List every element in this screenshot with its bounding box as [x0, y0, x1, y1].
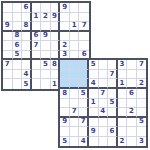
cell-g1-r1c5[interactable] [41, 3, 51, 13]
cell-g1-r4c2[interactable]: 8 [13, 32, 23, 42]
cell-g2-r4c6[interactable] [108, 89, 118, 99]
cell-g1-r4c9[interactable] [79, 32, 89, 42]
cell-g1-r7c3[interactable] [22, 60, 32, 70]
cell-g1-r3c7[interactable] [60, 22, 70, 32]
cell-g1-r3c5[interactable] [41, 22, 51, 32]
cell-g2-r1c6[interactable] [108, 60, 118, 70]
cell-g1-r6c1[interactable] [3, 51, 13, 61]
cell-g2-r2c6[interactable]: 7 [108, 70, 118, 80]
cell-g1-r4c3[interactable] [22, 32, 32, 42]
cell-g1-r4c6[interactable] [51, 32, 61, 42]
cell-g2-r8c1[interactable] [60, 127, 70, 137]
cell-g2-r6c1[interactable] [60, 108, 70, 118]
cell-g1-r1c1[interactable] [3, 3, 13, 13]
cell-g1-r8c5[interactable] [41, 70, 51, 80]
cell-g2-r7c7[interactable] [118, 118, 128, 128]
cell-g2-r3c1[interactable] [60, 79, 70, 89]
cell-g1-r3c6[interactable] [51, 22, 61, 32]
cell-g1-r5c3[interactable] [22, 41, 32, 51]
cell-g2-r4c5[interactable]: 7 [99, 89, 109, 99]
cell-g1-r3c9[interactable]: 7 [79, 22, 89, 32]
cell-g1-r4c7[interactable] [60, 32, 70, 42]
cell-g2-r8c3[interactable] [79, 127, 89, 137]
sudoku-grid-bottom-right: 5377412857615742975965423 [58, 58, 148, 148]
cell-g2-r2c2[interactable] [70, 70, 80, 80]
cell-g2-r4c3[interactable]: 5 [79, 89, 89, 99]
cell-g1-r3c4[interactable] [32, 22, 42, 32]
cell-g1-r1c3[interactable]: 6 [22, 3, 32, 13]
cell-g2-r9c4[interactable] [89, 137, 99, 147]
cell-g1-r1c4[interactable] [32, 3, 42, 13]
cell-g2-r9c3[interactable]: 4 [79, 137, 89, 147]
cell-g1-r1c7[interactable]: 9 [60, 3, 70, 13]
cell-g2-r2c8[interactable] [127, 70, 137, 80]
cell-g2-r2c7[interactable] [118, 70, 128, 80]
cell-g2-r7c6[interactable] [108, 118, 118, 128]
cell-g1-r6c3[interactable] [22, 51, 32, 61]
cell-g2-r4c9[interactable] [137, 89, 147, 99]
cell-g2-r2c1[interactable] [60, 70, 70, 80]
cell-g2-r8c2[interactable] [70, 127, 80, 137]
cell-g1-r9c1[interactable] [3, 79, 13, 89]
cell-g1-r9c2[interactable] [13, 79, 23, 89]
cell-g1-r9c3[interactable]: 5 [22, 79, 32, 89]
cell-g2-r5c6[interactable]: 5 [108, 99, 118, 109]
cell-g2-r1c8[interactable] [127, 60, 137, 70]
cell-g2-r7c3[interactable]: 7 [79, 118, 89, 128]
twodoku-board: 691299817869672536758451 537741285761574… [0, 0, 150, 150]
cell-g2-r9c2[interactable] [70, 137, 80, 147]
cell-g2-r9c8[interactable] [127, 137, 137, 147]
cell-g2-r5c4[interactable]: 1 [89, 99, 99, 109]
cell-g1-r2c2[interactable] [13, 13, 23, 23]
cell-g2-r7c2[interactable] [70, 118, 80, 128]
cell-g2-r3c2[interactable] [70, 79, 80, 89]
cell-g2-r2c5[interactable] [99, 70, 109, 80]
cell-g1-r1c6[interactable] [51, 3, 61, 13]
cell-g1-r2c6[interactable]: 9 [51, 13, 61, 23]
cell-g2-r8c4[interactable]: 9 [89, 127, 99, 137]
cell-g2-r8c7[interactable] [118, 127, 128, 137]
cell-g1-r2c4[interactable]: 1 [32, 13, 42, 23]
cell-g2-r4c4[interactable] [89, 89, 99, 99]
cell-g1-r5c1[interactable] [3, 41, 13, 51]
cell-g2-r6c9[interactable] [137, 108, 147, 118]
cell-g2-r2c3[interactable] [79, 70, 89, 80]
cell-g1-r9c4[interactable] [32, 79, 42, 89]
cell-g1-r8c1[interactable] [3, 70, 13, 80]
cell-g2-r4c8[interactable]: 6 [127, 89, 137, 99]
cell-g1-r3c1[interactable]: 9 [3, 22, 13, 32]
cell-g2-r3c6[interactable] [108, 79, 118, 89]
cell-g2-r5c3[interactable] [79, 99, 89, 109]
cell-g1-r2c7[interactable] [60, 13, 70, 23]
cell-g2-r5c1[interactable] [60, 99, 70, 109]
cell-g1-r5c6[interactable] [51, 41, 61, 51]
cell-g2-r7c1[interactable]: 9 [60, 118, 70, 128]
cell-g2-r9c5[interactable] [99, 137, 109, 147]
cell-g2-r8c6[interactable]: 6 [108, 127, 118, 137]
cell-g1-r7c1[interactable]: 7 [3, 60, 13, 70]
cell-g2-r1c3[interactable] [79, 60, 89, 70]
cell-g2-r8c9[interactable] [137, 127, 147, 137]
cell-g1-r5c4[interactable]: 7 [32, 41, 42, 51]
cell-g1-r4c1[interactable] [3, 32, 13, 42]
cell-g2-r3c4[interactable]: 4 [89, 79, 99, 89]
cell-g2-r6c4[interactable] [89, 108, 99, 118]
cell-g1-r1c8[interactable] [70, 3, 80, 13]
cell-g1-r5c8[interactable] [70, 41, 80, 51]
cell-g1-r6c5[interactable] [41, 51, 51, 61]
cell-g1-r9c5[interactable] [41, 79, 51, 89]
cell-g2-r1c2[interactable] [70, 60, 80, 70]
cell-g1-r7c4[interactable] [32, 60, 42, 70]
cell-g1-r1c9[interactable] [79, 3, 89, 13]
cell-g1-r1c2[interactable] [13, 3, 23, 13]
cell-g2-r1c7[interactable]: 3 [118, 60, 128, 70]
cell-g1-r7c5[interactable]: 5 [41, 60, 51, 70]
cell-g2-r7c8[interactable] [127, 118, 137, 128]
cell-g1-r5c5[interactable] [41, 41, 51, 51]
cell-g1-r4c8[interactable] [70, 32, 80, 42]
cell-g2-r2c4[interactable] [89, 70, 99, 80]
cell-g1-r6c4[interactable] [32, 51, 42, 61]
cell-g2-r3c5[interactable] [99, 79, 109, 89]
cell-g2-r3c8[interactable] [127, 79, 137, 89]
cell-g1-r3c3[interactable]: 8 [22, 22, 32, 32]
cell-g2-r6c5[interactable]: 4 [99, 108, 109, 118]
cell-g2-r1c1[interactable] [60, 60, 70, 70]
cell-g1-r6c2[interactable]: 5 [13, 51, 23, 61]
cell-g2-r7c5[interactable] [99, 118, 109, 128]
cell-g1-r8c3[interactable]: 4 [22, 70, 32, 80]
cell-g2-r8c5[interactable] [99, 127, 109, 137]
cell-g2-r9c9[interactable]: 3 [137, 137, 147, 147]
cell-g2-r6c3[interactable] [79, 108, 89, 118]
cell-g2-r1c5[interactable] [99, 60, 109, 70]
cell-g2-r9c1[interactable]: 5 [60, 137, 70, 147]
cell-g2-r2c9[interactable] [137, 70, 147, 80]
cell-g2-r4c1[interactable]: 8 [60, 89, 70, 99]
cell-g1-r3c2[interactable] [13, 22, 23, 32]
cell-g2-r4c7[interactable] [118, 89, 128, 99]
cell-g2-r1c4[interactable]: 5 [89, 60, 99, 70]
cell-g2-r6c8[interactable]: 2 [127, 108, 137, 118]
cell-g2-r1c9[interactable]: 7 [137, 60, 147, 70]
cell-g1-r4c5[interactable]: 9 [41, 32, 51, 42]
cell-g2-r5c9[interactable] [137, 99, 147, 109]
cell-g2-r5c7[interactable] [118, 99, 128, 109]
cell-g2-r3c9[interactable]: 2 [137, 79, 147, 89]
cell-g2-r7c4[interactable] [89, 118, 99, 128]
cell-g2-r3c7[interactable]: 1 [118, 79, 128, 89]
cell-g2-r9c7[interactable]: 2 [118, 137, 128, 147]
cell-g2-r4c2[interactable] [70, 89, 80, 99]
cell-g2-r3c3[interactable] [79, 79, 89, 89]
cell-g1-r2c5[interactable]: 2 [41, 13, 51, 23]
cell-g1-r8c4[interactable] [32, 70, 42, 80]
cell-g1-r7c2[interactable] [13, 60, 23, 70]
cell-g2-r8c8[interactable] [127, 127, 137, 137]
cell-g2-r6c2[interactable]: 7 [70, 108, 80, 118]
cell-g1-r3c8[interactable]: 1 [70, 22, 80, 32]
cell-g2-r6c6[interactable] [108, 108, 118, 118]
cell-g1-r4c4[interactable]: 6 [32, 32, 42, 42]
cell-g2-r9c6[interactable] [108, 137, 118, 147]
cell-g2-r7c9[interactable]: 5 [137, 118, 147, 128]
cell-g1-r8c2[interactable] [13, 70, 23, 80]
cell-g2-r6c7[interactable] [118, 108, 128, 118]
